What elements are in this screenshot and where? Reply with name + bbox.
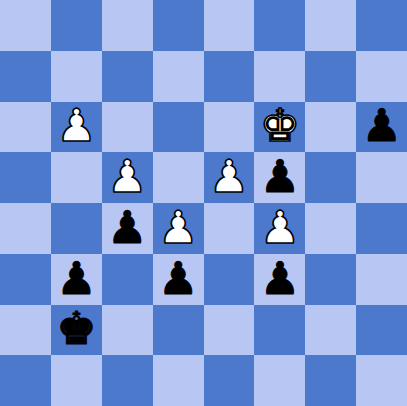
square-d2[interactable] (153, 305, 204, 356)
square-d4[interactable]: ♟ (153, 203, 204, 254)
white-pawn[interactable]: ♟ (158, 205, 198, 250)
square-e7[interactable] (204, 51, 255, 102)
square-g6[interactable] (305, 102, 356, 153)
square-a3[interactable] (0, 254, 51, 305)
black-king[interactable]: ♚ (56, 306, 96, 351)
square-c2[interactable] (102, 305, 153, 356)
square-b6[interactable]: ♟ (51, 102, 102, 153)
black-pawn[interactable]: ♟ (158, 256, 198, 301)
square-a7[interactable] (0, 51, 51, 102)
white-pawn[interactable]: ♟ (260, 205, 300, 250)
black-pawn[interactable]: ♟ (260, 154, 300, 199)
square-b1[interactable] (51, 355, 102, 406)
square-a8[interactable] (0, 0, 51, 51)
square-e8[interactable] (204, 0, 255, 51)
square-f5[interactable]: ♟ (254, 152, 305, 203)
square-g8[interactable] (305, 0, 356, 51)
square-b4[interactable] (51, 203, 102, 254)
square-g4[interactable] (305, 203, 356, 254)
square-b3[interactable]: ♟ (51, 254, 102, 305)
white-pawn[interactable]: ♟ (107, 154, 147, 199)
square-a1[interactable] (0, 355, 51, 406)
square-f2[interactable] (254, 305, 305, 356)
square-h2[interactable] (356, 305, 407, 356)
chess-board-container: ♟♚♟♟♟♟♟♟♟♟♟♟♚ (0, 0, 407, 406)
square-h1[interactable] (356, 355, 407, 406)
square-c8[interactable] (102, 0, 153, 51)
square-b7[interactable] (51, 51, 102, 102)
square-d1[interactable] (153, 355, 204, 406)
square-g7[interactable] (305, 51, 356, 102)
square-c6[interactable] (102, 102, 153, 153)
square-e6[interactable] (204, 102, 255, 153)
square-g3[interactable] (305, 254, 356, 305)
square-c3[interactable] (102, 254, 153, 305)
square-d8[interactable] (153, 0, 204, 51)
square-g2[interactable] (305, 305, 356, 356)
square-h7[interactable] (356, 51, 407, 102)
square-a6[interactable] (0, 102, 51, 153)
square-e2[interactable] (204, 305, 255, 356)
square-h4[interactable] (356, 203, 407, 254)
square-b5[interactable] (51, 152, 102, 203)
square-g1[interactable] (305, 355, 356, 406)
square-f7[interactable] (254, 51, 305, 102)
white-pawn[interactable]: ♟ (56, 103, 96, 148)
square-b8[interactable] (51, 0, 102, 51)
square-b2[interactable]: ♚ (51, 305, 102, 356)
white-king[interactable]: ♚ (260, 103, 300, 148)
square-h6[interactable]: ♟ (356, 102, 407, 153)
square-f6[interactable]: ♚ (254, 102, 305, 153)
square-f8[interactable] (254, 0, 305, 51)
square-e4[interactable] (204, 203, 255, 254)
square-d3[interactable]: ♟ (153, 254, 204, 305)
square-f1[interactable] (254, 355, 305, 406)
square-d7[interactable] (153, 51, 204, 102)
square-a2[interactable] (0, 305, 51, 356)
square-e3[interactable] (204, 254, 255, 305)
square-d6[interactable] (153, 102, 204, 153)
black-pawn[interactable]: ♟ (56, 256, 96, 301)
square-g5[interactable] (305, 152, 356, 203)
square-h8[interactable] (356, 0, 407, 51)
chess-board: ♟♚♟♟♟♟♟♟♟♟♟♟♚ (0, 0, 407, 406)
square-c4[interactable]: ♟ (102, 203, 153, 254)
square-c1[interactable] (102, 355, 153, 406)
square-h3[interactable] (356, 254, 407, 305)
square-a4[interactable] (0, 203, 51, 254)
square-e5[interactable]: ♟ (204, 152, 255, 203)
square-c5[interactable]: ♟ (102, 152, 153, 203)
black-pawn[interactable]: ♟ (361, 103, 401, 148)
black-pawn[interactable]: ♟ (107, 205, 147, 250)
square-f3[interactable]: ♟ (254, 254, 305, 305)
black-pawn[interactable]: ♟ (260, 256, 300, 301)
square-a5[interactable] (0, 152, 51, 203)
square-d5[interactable] (153, 152, 204, 203)
square-f4[interactable]: ♟ (254, 203, 305, 254)
white-pawn[interactable]: ♟ (209, 154, 249, 199)
square-e1[interactable] (204, 355, 255, 406)
square-c7[interactable] (102, 51, 153, 102)
square-h5[interactable] (356, 152, 407, 203)
